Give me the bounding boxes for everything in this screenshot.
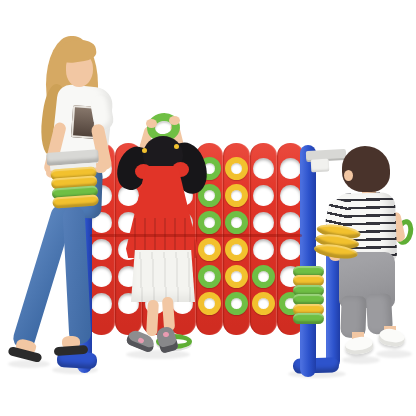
toddler-hair — [342, 146, 390, 192]
toddler-yellow-rings — [313, 225, 361, 261]
toddler-ear — [344, 170, 353, 181]
toddler-shoe — [344, 336, 374, 356]
tray-ring-stack — [50, 166, 99, 209]
board-seam — [90, 234, 302, 237]
ring-green — [293, 313, 324, 324]
woman-ring-tray — [46, 149, 102, 208]
toddler — [0, 0, 416, 416]
toddler-shoe — [378, 327, 406, 347]
post-ring-stack — [293, 267, 324, 324]
product-photo-scene — [0, 0, 416, 416]
